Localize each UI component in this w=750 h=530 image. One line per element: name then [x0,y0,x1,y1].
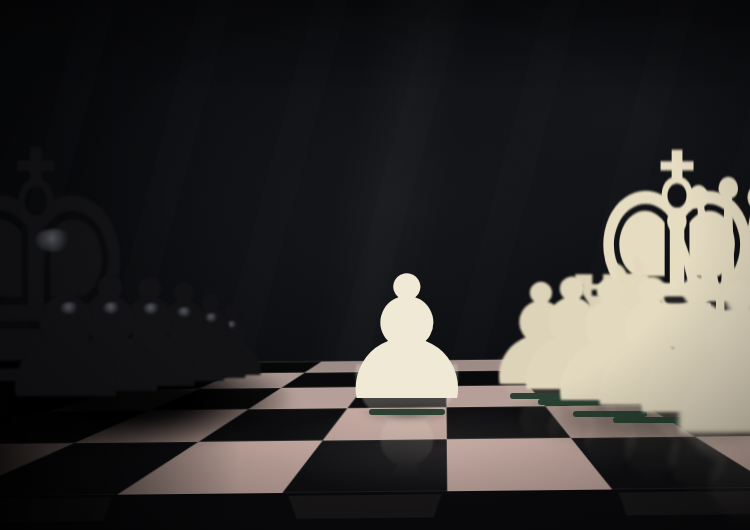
photo-scene: ♚♚♛♟♟♟♟♟♟♟♚♟♟♟♟♟♟♟♜♚♛♞♟♟♟♟♟♟♟ [0,0,750,530]
black-pawn-1-piece: ♟ [0,274,142,400]
white-pawn-f-piece: ♟ [648,284,750,438]
white-pawn-center-piece: ♟ [330,275,483,402]
pieces-layer: ♚♚♛♟♟♟♟♟♟♟♚♟♟♟♟♟♟♟♜♚♛♞♟♟♟♟♟♟♟ [0,0,750,530]
